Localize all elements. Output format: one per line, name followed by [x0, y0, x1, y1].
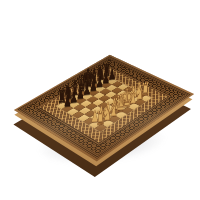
square-a1: ♜	[95, 124, 108, 132]
chess-set-photo: ♜♟♟♜♞♟♟♞♝♟♟♝♚♟♟♚♛♟♟♛♝♟♟♝♞♟♟♞♜♟♟♜	[0, 0, 200, 200]
piece-white-rook: ♜	[90, 109, 111, 129]
frame-light-inlay-line: ♜♟♟♜♞♟♟♞♝♟♟♝♚♟♟♚♛♟♟♛♝♟♟♝♞♟♟♞♜♟♟♜	[55, 75, 152, 132]
checkerboard: ♜♟♟♜♞♟♟♞♝♟♟♝♚♟♟♚♛♟♟♛♝♟♟♝♞♟♟♞♜♟♟♜	[56, 76, 151, 132]
piece-black-pawn: ♟	[57, 93, 77, 110]
square-a5	[72, 111, 84, 118]
